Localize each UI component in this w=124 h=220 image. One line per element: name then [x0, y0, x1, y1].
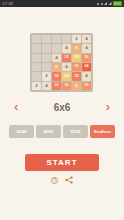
chevron-right-icon[interactable]: ›: [106, 99, 110, 115]
empty-cell: [52, 44, 61, 52]
tile-4: 4: [82, 44, 91, 52]
empty-cell: [32, 35, 41, 43]
tile-32: 32: [52, 72, 61, 80]
empty-cell: [42, 44, 51, 52]
empty-cell: [62, 35, 71, 43]
tile-32: 32: [62, 54, 71, 62]
status-time: 17:38: [2, 0, 13, 7]
alarm-icon: [101, 3, 103, 5]
tile-8: 8: [52, 63, 61, 71]
empty-cell: [32, 72, 41, 80]
empty-cell: [42, 54, 51, 62]
mode-button-endless[interactable]: Endless: [90, 125, 115, 138]
empty-cell: [42, 35, 51, 43]
mode-button-4096[interactable]: 4096: [36, 125, 61, 138]
tile-16: 16: [82, 82, 91, 90]
footer-icons: ?: [0, 176, 124, 184]
tile-4: 4: [82, 35, 91, 43]
status-icons: [97, 1, 122, 7]
tile-128: 128: [62, 72, 71, 80]
tile-2: 2: [32, 82, 41, 90]
goal-mode-buttons: 204840968192Endless: [0, 125, 124, 138]
help-icon[interactable]: ?: [51, 177, 58, 184]
app-screen: 17:38 2448443212816841664232128324243216…: [0, 0, 124, 220]
battery-icon: [113, 1, 122, 7]
wifi-icon: [104, 2, 107, 5]
tile-16: 16: [82, 54, 91, 62]
signal-icon: [109, 2, 112, 5]
board-preview: 2448443212816841664232128324243216816: [30, 33, 93, 92]
tile-16: 16: [62, 82, 71, 90]
status-bar: 17:38: [0, 0, 124, 7]
share-icon[interactable]: [65, 176, 73, 184]
empty-cell: [42, 63, 51, 71]
empty-cell: [32, 54, 41, 62]
mode-button-8192[interactable]: 8192: [63, 125, 88, 138]
tile-16: 16: [72, 63, 81, 71]
tile-32: 32: [72, 72, 81, 80]
board-size-value: 6x6: [54, 102, 71, 113]
tile-2: 2: [72, 35, 81, 43]
chevron-left-icon[interactable]: ‹: [14, 99, 18, 115]
tile-2: 2: [42, 72, 51, 80]
tile-32: 32: [52, 82, 61, 90]
board-size-selector: ‹ 6x6 ›: [0, 99, 124, 115]
tile-8: 8: [72, 44, 81, 52]
tile-4: 4: [62, 63, 71, 71]
tile-4: 4: [42, 82, 51, 90]
empty-cell: [52, 35, 61, 43]
tile-4: 4: [52, 54, 61, 62]
start-button[interactable]: START: [25, 154, 99, 171]
tile-4: 4: [62, 44, 71, 52]
empty-cell: [32, 44, 41, 52]
notification-icon: [97, 3, 99, 5]
tile-8: 8: [72, 82, 81, 90]
tile-64: 64: [82, 63, 91, 71]
tile-128: 128: [72, 54, 81, 62]
mode-button-2048[interactable]: 2048: [9, 125, 34, 138]
tile-4: 4: [82, 72, 91, 80]
empty-cell: [32, 63, 41, 71]
